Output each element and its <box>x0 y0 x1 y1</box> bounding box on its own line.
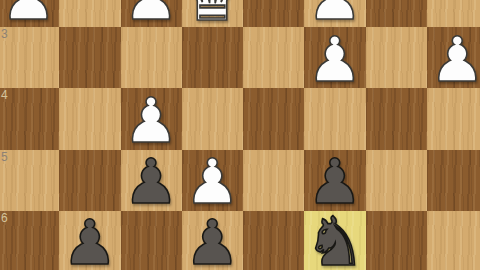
square-h6[interactable]: 6 <box>0 211 59 270</box>
rank-label-6: 6 <box>1 212 8 225</box>
square-d6[interactable] <box>243 211 304 270</box>
square-b2[interactable] <box>366 0 427 27</box>
square-h2[interactable]: ♟ <box>0 0 59 27</box>
rank-label-4: 4 <box>1 89 8 102</box>
square-f4[interactable]: ♟ <box>121 88 182 149</box>
square-g5[interactable] <box>59 150 120 211</box>
square-a3[interactable]: ♟ <box>427 27 480 88</box>
white-pawn[interactable]: ♟ <box>185 151 241 213</box>
square-g3[interactable] <box>59 27 120 88</box>
square-c6[interactable]: ♞ <box>304 211 365 270</box>
square-e2[interactable]: ♛ <box>182 0 243 27</box>
square-f2[interactable]: ♟ <box>121 0 182 27</box>
black-pawn[interactable]: ♟ <box>123 151 179 213</box>
square-f6[interactable] <box>121 211 182 270</box>
square-a4[interactable] <box>427 88 480 149</box>
rank-label-5: 5 <box>1 151 8 164</box>
black-pawn[interactable]: ♟ <box>62 212 118 270</box>
chess-board: ♟♟♛♟3♟♟4♟5♟♟♟6♟♟♞ <box>0 0 480 270</box>
black-pawn[interactable]: ♟ <box>185 212 241 270</box>
square-d4[interactable] <box>243 88 304 149</box>
rank-label-3: 3 <box>1 28 8 41</box>
square-h5[interactable]: 5 <box>0 150 59 211</box>
square-b5[interactable] <box>366 150 427 211</box>
square-b3[interactable] <box>366 27 427 88</box>
square-f3[interactable] <box>121 27 182 88</box>
square-g2[interactable] <box>59 0 120 27</box>
square-h3[interactable]: 3 <box>0 27 59 88</box>
square-a6[interactable] <box>427 211 480 270</box>
black-knight[interactable]: ♞ <box>304 208 365 270</box>
square-e6[interactable]: ♟ <box>182 211 243 270</box>
square-e3[interactable] <box>182 27 243 88</box>
square-g4[interactable] <box>59 88 120 149</box>
white-pawn[interactable]: ♟ <box>1 0 57 29</box>
video-frame: ♟♟♛♟3♟♟4♟5♟♟♟6♟♟♞ <box>0 0 480 270</box>
square-c4[interactable] <box>304 88 365 149</box>
white-pawn[interactable]: ♟ <box>123 0 179 29</box>
square-f5[interactable]: ♟ <box>121 150 182 211</box>
square-b4[interactable] <box>366 88 427 149</box>
white-pawn[interactable]: ♟ <box>307 29 363 91</box>
square-h4[interactable]: 4 <box>0 88 59 149</box>
square-e5[interactable]: ♟ <box>182 150 243 211</box>
square-c3[interactable]: ♟ <box>304 27 365 88</box>
square-b6[interactable] <box>366 211 427 270</box>
square-g6[interactable]: ♟ <box>59 211 120 270</box>
square-e4[interactable] <box>182 88 243 149</box>
square-d3[interactable] <box>243 27 304 88</box>
square-d2[interactable] <box>243 0 304 27</box>
white-pawn[interactable]: ♟ <box>430 29 480 91</box>
square-a5[interactable] <box>427 150 480 211</box>
white-pawn[interactable]: ♟ <box>123 90 179 152</box>
square-d5[interactable] <box>243 150 304 211</box>
